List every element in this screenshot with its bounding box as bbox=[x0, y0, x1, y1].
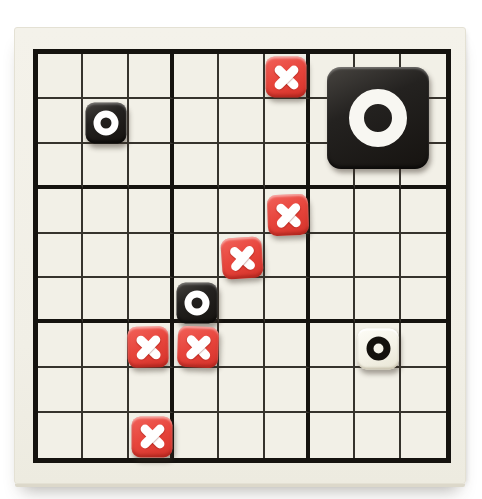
o-ring-icon bbox=[366, 337, 390, 361]
x-tile[interactable] bbox=[127, 326, 169, 368]
big-o-tile[interactable] bbox=[327, 67, 429, 169]
x-icon bbox=[267, 194, 309, 236]
o-ring-icon bbox=[94, 111, 119, 136]
x-tile[interactable] bbox=[220, 236, 264, 280]
photo-background: { "game": "ultimate-tic-tac-toe", "scene… bbox=[0, 0, 482, 499]
x-icon bbox=[176, 326, 218, 368]
x-icon bbox=[132, 416, 173, 457]
black-o-tile[interactable] bbox=[176, 282, 217, 323]
black-o-tile[interactable] bbox=[86, 103, 127, 144]
pieces-layer bbox=[38, 54, 446, 458]
x-tile[interactable] bbox=[266, 57, 307, 98]
o-ring-icon bbox=[184, 290, 209, 315]
x-icon bbox=[266, 57, 307, 98]
x-tile[interactable] bbox=[267, 194, 309, 236]
white-o-tile[interactable] bbox=[358, 328, 399, 369]
x-tile[interactable] bbox=[176, 326, 218, 368]
x-tile[interactable] bbox=[132, 416, 173, 457]
x-icon bbox=[127, 326, 169, 368]
x-icon bbox=[220, 236, 264, 280]
game-board bbox=[14, 27, 466, 484]
o-ring-icon bbox=[349, 89, 407, 147]
